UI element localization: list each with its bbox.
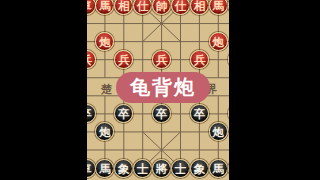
opening-name-banner: 龟背炮 bbox=[116, 72, 210, 103]
piece-black-general[interactable]: 將 bbox=[152, 159, 171, 178]
piece-black-advisor[interactable]: 士 bbox=[133, 159, 152, 178]
video-frame: 楚 界 車馬相仕帥仕相馬車炮炮兵兵兵兵兵卒卒卒卒卒炮炮車馬象士將士象馬車 龟背炮 bbox=[0, 0, 320, 180]
opening-name-text: 龟背炮 bbox=[130, 74, 196, 101]
right-letterbox bbox=[229, 0, 320, 180]
piece-black-horse[interactable]: 馬 bbox=[209, 159, 228, 178]
piece-red-soldier[interactable]: 兵 bbox=[190, 50, 209, 69]
river-label-left: 楚 bbox=[101, 82, 112, 97]
phone-screen: 楚 界 車馬相仕帥仕相馬車炮炮兵兵兵兵兵卒卒卒卒卒炮炮車馬象士將士象馬車 龟背炮 bbox=[87, 0, 229, 180]
piece-black-advisor[interactable]: 士 bbox=[171, 159, 190, 178]
piece-black-horse[interactable]: 馬 bbox=[95, 159, 114, 178]
piece-black-elephant[interactable]: 象 bbox=[190, 159, 209, 178]
piece-red-cannon[interactable]: 炮 bbox=[209, 32, 228, 51]
piece-black-elephant[interactable]: 象 bbox=[114, 159, 133, 178]
left-letterbox bbox=[0, 0, 87, 180]
